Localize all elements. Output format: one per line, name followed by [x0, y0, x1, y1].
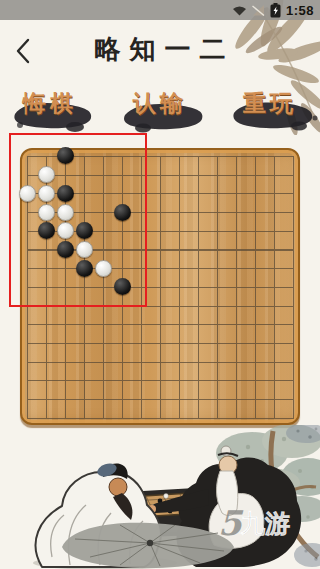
resign-button[interactable]: 认输 [117, 88, 203, 130]
status-bar: 1:58 [0, 0, 320, 20]
black-stone [57, 147, 74, 164]
black-stone [114, 278, 131, 295]
watermark-text: 九游 [239, 509, 290, 538]
watermark: 5 九游 [218, 503, 290, 543]
black-stone [38, 222, 55, 239]
undo-button[interactable]: 悔棋 [7, 88, 93, 130]
black-stone [57, 185, 74, 202]
go-board[interactable] [20, 148, 300, 425]
replay-button[interactable]: 重玩 [227, 88, 313, 130]
white-stone [38, 166, 55, 183]
toolbar: 悔棋 认输 重玩 [0, 88, 320, 132]
status-time: 1:58 [286, 3, 314, 18]
header: 略知一二 [0, 22, 320, 84]
black-stone [57, 241, 74, 258]
resign-label: 认输 [117, 88, 203, 119]
signal-off-icon [252, 5, 265, 16]
black-stone [114, 204, 131, 221]
white-stone [57, 204, 74, 221]
page-title: 略知一二 [0, 32, 320, 67]
black-stone [76, 260, 93, 277]
undo-label: 悔棋 [7, 88, 93, 119]
white-stone [19, 185, 36, 202]
app-screen: 1:58 略知一二 悔棋 认输 [0, 0, 320, 569]
go-players-illustration: 5 九游 [0, 425, 320, 569]
left-player-face [109, 478, 127, 496]
white-stone [76, 241, 93, 258]
white-stone [57, 222, 74, 239]
white-stone [38, 185, 55, 202]
replay-label: 重玩 [227, 88, 313, 119]
battery-charging-icon [270, 3, 281, 18]
white-stone [95, 260, 112, 277]
white-stone [38, 204, 55, 221]
wifi-icon [232, 5, 247, 16]
stones-grid [18, 147, 303, 428]
black-stone [76, 222, 93, 239]
